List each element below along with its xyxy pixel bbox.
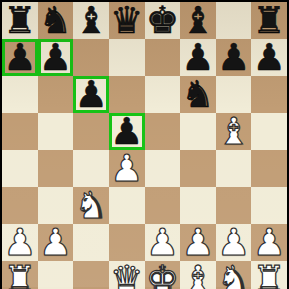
square-f6[interactable]: ♞	[180, 76, 216, 113]
square-d6[interactable]	[109, 76, 145, 113]
square-b3[interactable]	[38, 187, 74, 224]
white-pawn-icon: ♟	[39, 224, 72, 261]
black-rook-icon: ♜	[253, 2, 286, 39]
black-pawn-icon: ♟	[3, 39, 36, 76]
black-bishop-icon: ♝	[181, 2, 214, 39]
square-c4[interactable]	[73, 150, 109, 187]
square-e2[interactable]: ♟	[145, 224, 181, 261]
square-f8[interactable]: ♝	[180, 2, 216, 39]
square-b8[interactable]: ♞	[38, 2, 74, 39]
square-h1[interactable]: ♜	[251, 261, 287, 289]
square-d5[interactable]: ♟	[109, 113, 145, 150]
square-g7[interactable]: ♟	[216, 39, 252, 76]
square-a3[interactable]	[2, 187, 38, 224]
square-a4[interactable]	[2, 150, 38, 187]
black-pawn-icon: ♟	[110, 113, 143, 150]
white-queen-icon: ♛	[110, 261, 143, 289]
square-e7[interactable]	[145, 39, 181, 76]
square-d4[interactable]: ♟	[109, 150, 145, 187]
black-bishop-icon: ♝	[74, 2, 107, 39]
square-e4[interactable]	[145, 150, 181, 187]
square-c8[interactable]: ♝	[73, 2, 109, 39]
white-pawn-icon: ♟	[3, 224, 36, 261]
square-d8[interactable]: ♛	[109, 2, 145, 39]
square-e8[interactable]: ♚	[145, 2, 181, 39]
square-b1[interactable]	[38, 261, 74, 289]
square-a5[interactable]	[2, 113, 38, 150]
square-g6[interactable]	[216, 76, 252, 113]
square-h7[interactable]: ♟	[251, 39, 287, 76]
square-b7[interactable]: ♟	[38, 39, 74, 76]
square-g4[interactable]	[216, 150, 252, 187]
white-bishop-icon: ♝	[181, 261, 214, 289]
square-e1[interactable]: ♚	[145, 261, 181, 289]
black-rook-icon: ♜	[3, 2, 36, 39]
square-b4[interactable]	[38, 150, 74, 187]
black-pawn-icon: ♟	[39, 39, 72, 76]
white-king-icon: ♚	[146, 261, 179, 289]
square-h4[interactable]	[251, 150, 287, 187]
white-bishop-icon: ♝	[217, 113, 250, 150]
square-d3[interactable]	[109, 187, 145, 224]
square-g8[interactable]	[216, 2, 252, 39]
square-f1[interactable]: ♝	[180, 261, 216, 289]
square-a6[interactable]	[2, 76, 38, 113]
square-b5[interactable]	[38, 113, 74, 150]
square-a2[interactable]: ♟	[2, 224, 38, 261]
white-pawn-icon: ♟	[146, 224, 179, 261]
black-king-icon: ♚	[146, 2, 179, 39]
square-c3[interactable]: ♞	[73, 187, 109, 224]
chess-board: ♜♞♝♛♚♝♜♟♟♟♟♟♟♞♟♝♟♞♟♟♟♟♟♟♜♛♚♝♞♜	[0, 0, 289, 289]
square-d1[interactable]: ♛	[109, 261, 145, 289]
square-f5[interactable]	[180, 113, 216, 150]
square-g3[interactable]	[216, 187, 252, 224]
white-pawn-icon: ♟	[217, 224, 250, 261]
black-knight-icon: ♞	[181, 76, 214, 113]
square-e5[interactable]	[145, 113, 181, 150]
black-pawn-icon: ♟	[74, 76, 107, 113]
square-a7[interactable]: ♟	[2, 39, 38, 76]
square-a1[interactable]: ♜	[2, 261, 38, 289]
black-knight-icon: ♞	[39, 2, 72, 39]
black-pawn-icon: ♟	[181, 39, 214, 76]
square-f3[interactable]	[180, 187, 216, 224]
square-c6[interactable]: ♟	[73, 76, 109, 113]
black-pawn-icon: ♟	[253, 39, 286, 76]
square-c1[interactable]	[73, 261, 109, 289]
square-h6[interactable]	[251, 76, 287, 113]
white-knight-icon: ♞	[74, 187, 107, 224]
square-f7[interactable]: ♟	[180, 39, 216, 76]
square-f4[interactable]	[180, 150, 216, 187]
square-d2[interactable]	[109, 224, 145, 261]
black-queen-icon: ♛	[110, 2, 143, 39]
white-rook-icon: ♜	[253, 261, 286, 289]
square-e3[interactable]	[145, 187, 181, 224]
white-rook-icon: ♜	[3, 261, 36, 289]
square-e6[interactable]	[145, 76, 181, 113]
square-h8[interactable]: ♜	[251, 2, 287, 39]
square-a8[interactable]: ♜	[2, 2, 38, 39]
square-g1[interactable]: ♞	[216, 261, 252, 289]
square-b2[interactable]: ♟	[38, 224, 74, 261]
white-pawn-icon: ♟	[253, 224, 286, 261]
square-f2[interactable]: ♟	[180, 224, 216, 261]
square-g5[interactable]: ♝	[216, 113, 252, 150]
black-pawn-icon: ♟	[217, 39, 250, 76]
square-d7[interactable]	[109, 39, 145, 76]
white-pawn-icon: ♟	[181, 224, 214, 261]
square-c2[interactable]	[73, 224, 109, 261]
white-pawn-icon: ♟	[110, 150, 143, 187]
square-h3[interactable]	[251, 187, 287, 224]
board-grid: ♜♞♝♛♚♝♜♟♟♟♟♟♟♞♟♝♟♞♟♟♟♟♟♟♜♛♚♝♞♜	[2, 2, 287, 287]
square-h2[interactable]: ♟	[251, 224, 287, 261]
square-b6[interactable]	[38, 76, 74, 113]
square-c5[interactable]	[73, 113, 109, 150]
square-h5[interactable]	[251, 113, 287, 150]
square-c7[interactable]	[73, 39, 109, 76]
white-knight-icon: ♞	[217, 261, 250, 289]
square-g2[interactable]: ♟	[216, 224, 252, 261]
